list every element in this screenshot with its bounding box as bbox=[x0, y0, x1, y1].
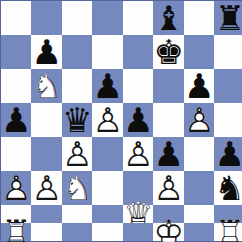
square-b3[interactable]: ♟♙ bbox=[31, 171, 61, 205]
square-g2[interactable] bbox=[184, 205, 214, 223]
piece-white-knight[interactable]: ♞♘ bbox=[62, 171, 92, 205]
square-d5[interactable]: ♟♙ bbox=[92, 103, 122, 137]
square-b8[interactable] bbox=[31, 1, 61, 35]
piece-outline-glyph: ♙ bbox=[31, 171, 61, 205]
square-d8[interactable] bbox=[92, 1, 122, 35]
piece-outline-glyph: ♙ bbox=[123, 137, 153, 171]
square-f3[interactable]: ♟♙ bbox=[153, 171, 183, 205]
square-f6[interactable] bbox=[153, 69, 183, 103]
square-b6[interactable]: ♞♘ bbox=[31, 69, 61, 103]
square-g5[interactable]: ♟♙ bbox=[184, 103, 214, 137]
piece-black-queen[interactable]: ♛ bbox=[62, 103, 92, 137]
piece-white-rook[interactable]: ♜♖ bbox=[1, 223, 31, 241]
piece-outline-glyph: ♙ bbox=[184, 103, 214, 137]
square-c6[interactable] bbox=[62, 69, 92, 103]
piece-white-knight[interactable]: ♞♘ bbox=[31, 69, 61, 103]
square-f7[interactable]: ♚ bbox=[153, 35, 183, 69]
square-e1[interactable] bbox=[123, 223, 153, 241]
square-f4[interactable]: ♟ bbox=[153, 137, 183, 171]
square-b2[interactable] bbox=[31, 205, 61, 223]
square-f1[interactable]: ♚♔ bbox=[153, 223, 183, 241]
piece-black-pawn[interactable]: ♟ bbox=[184, 69, 214, 103]
square-c4[interactable]: ♟♙ bbox=[62, 137, 92, 171]
square-a6[interactable] bbox=[1, 69, 31, 103]
square-d2[interactable] bbox=[92, 205, 122, 223]
piece-white-pawn[interactable]: ♟♙ bbox=[62, 137, 92, 171]
square-c2[interactable] bbox=[62, 205, 92, 223]
square-d3[interactable] bbox=[92, 171, 122, 205]
piece-white-pawn[interactable]: ♟♙ bbox=[31, 171, 61, 205]
square-h6[interactable] bbox=[214, 69, 242, 103]
piece-white-rook[interactable]: ♜♖ bbox=[214, 223, 242, 241]
square-g3[interactable] bbox=[184, 171, 214, 205]
piece-white-pawn[interactable]: ♟♙ bbox=[1, 171, 31, 205]
piece-black-pawn[interactable]: ♟ bbox=[214, 137, 242, 171]
square-a1[interactable]: ♜♖ bbox=[1, 223, 31, 241]
piece-white-pawn[interactable]: ♟♙ bbox=[153, 171, 183, 205]
piece-outline-glyph: ♖ bbox=[1, 223, 31, 241]
square-b4[interactable] bbox=[31, 137, 61, 171]
piece-outline-glyph: ♙ bbox=[153, 171, 183, 205]
square-g7[interactable] bbox=[184, 35, 214, 69]
square-e4[interactable]: ♟♙ bbox=[123, 137, 153, 171]
piece-white-queen[interactable]: ♛♕ bbox=[123, 205, 153, 223]
piece-outline-glyph: ♔ bbox=[153, 223, 183, 241]
square-b1[interactable] bbox=[31, 223, 61, 241]
square-h8[interactable]: ♜ bbox=[214, 1, 242, 35]
piece-black-pawn[interactable]: ♟ bbox=[31, 35, 61, 69]
piece-outline-glyph: ♕ bbox=[123, 205, 153, 223]
chess-board: ♝♜♟♚♞♘♟♟♟♛♟♙♟♟♙♟♙♟♙♟♟♟♙♟♙♞♘♟♙♞♛♕♜♖♚♔♜♖ bbox=[0, 0, 242, 242]
square-e6[interactable] bbox=[123, 69, 153, 103]
square-c7[interactable] bbox=[62, 35, 92, 69]
piece-white-king[interactable]: ♚♔ bbox=[153, 223, 183, 241]
piece-outline-glyph: ♘ bbox=[31, 69, 61, 103]
square-b7[interactable]: ♟ bbox=[31, 35, 61, 69]
square-b5[interactable] bbox=[31, 103, 61, 137]
square-f8[interactable]: ♝ bbox=[153, 1, 183, 35]
square-e5[interactable]: ♟ bbox=[123, 103, 153, 137]
square-d6[interactable]: ♟ bbox=[92, 69, 122, 103]
square-c8[interactable] bbox=[62, 1, 92, 35]
square-c3[interactable]: ♞♘ bbox=[62, 171, 92, 205]
square-a7[interactable] bbox=[1, 35, 31, 69]
square-d7[interactable] bbox=[92, 35, 122, 69]
square-g6[interactable]: ♟ bbox=[184, 69, 214, 103]
piece-black-pawn[interactable]: ♟ bbox=[153, 137, 183, 171]
square-c5[interactable]: ♛ bbox=[62, 103, 92, 137]
piece-outline-glyph: ♖ bbox=[214, 223, 242, 241]
piece-black-knight[interactable]: ♞ bbox=[214, 171, 242, 205]
piece-outline-glyph: ♙ bbox=[1, 171, 31, 205]
square-a4[interactable] bbox=[1, 137, 31, 171]
square-f5[interactable] bbox=[153, 103, 183, 137]
square-g8[interactable] bbox=[184, 1, 214, 35]
piece-white-pawn[interactable]: ♟♙ bbox=[92, 103, 122, 137]
square-h3[interactable]: ♞ bbox=[214, 171, 242, 205]
square-e2[interactable]: ♛♕ bbox=[123, 205, 153, 223]
piece-black-rook[interactable]: ♜ bbox=[214, 1, 242, 35]
piece-black-pawn[interactable]: ♟ bbox=[123, 103, 153, 137]
piece-white-pawn[interactable]: ♟♙ bbox=[184, 103, 214, 137]
square-d4[interactable] bbox=[92, 137, 122, 171]
piece-black-pawn[interactable]: ♟ bbox=[1, 103, 31, 137]
piece-outline-glyph: ♘ bbox=[62, 171, 92, 205]
square-g4[interactable] bbox=[184, 137, 214, 171]
piece-black-pawn[interactable]: ♟ bbox=[92, 69, 122, 103]
piece-black-bishop[interactable]: ♝ bbox=[153, 1, 183, 35]
square-e8[interactable] bbox=[123, 1, 153, 35]
piece-outline-glyph: ♙ bbox=[62, 137, 92, 171]
piece-black-king[interactable]: ♚ bbox=[153, 35, 183, 69]
square-a5[interactable]: ♟ bbox=[1, 103, 31, 137]
square-c1[interactable] bbox=[62, 223, 92, 241]
piece-white-pawn[interactable]: ♟♙ bbox=[123, 137, 153, 171]
square-h1[interactable]: ♜♖ bbox=[214, 223, 242, 241]
square-d1[interactable] bbox=[92, 223, 122, 241]
chess-app: ♝♜♟♚♞♘♟♟♟♛♟♙♟♟♙♟♙♟♙♟♟♟♙♟♙♞♘♟♙♞♛♕♜♖♚♔♜♖ bbox=[0, 0, 242, 242]
square-h7[interactable] bbox=[214, 35, 242, 69]
square-a8[interactable] bbox=[1, 1, 31, 35]
piece-outline-glyph: ♙ bbox=[92, 103, 122, 137]
square-e7[interactable] bbox=[123, 35, 153, 69]
square-g1[interactable] bbox=[184, 223, 214, 241]
square-h4[interactable]: ♟ bbox=[214, 137, 242, 171]
square-a3[interactable]: ♟♙ bbox=[1, 171, 31, 205]
square-h5[interactable] bbox=[214, 103, 242, 137]
